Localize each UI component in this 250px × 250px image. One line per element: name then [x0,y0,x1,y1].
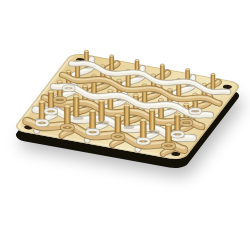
product-photo [0,0,250,250]
corner-hole [74,57,86,62]
corner-hole [221,84,233,89]
corner-hole [22,124,34,129]
corner-hole [169,151,181,156]
